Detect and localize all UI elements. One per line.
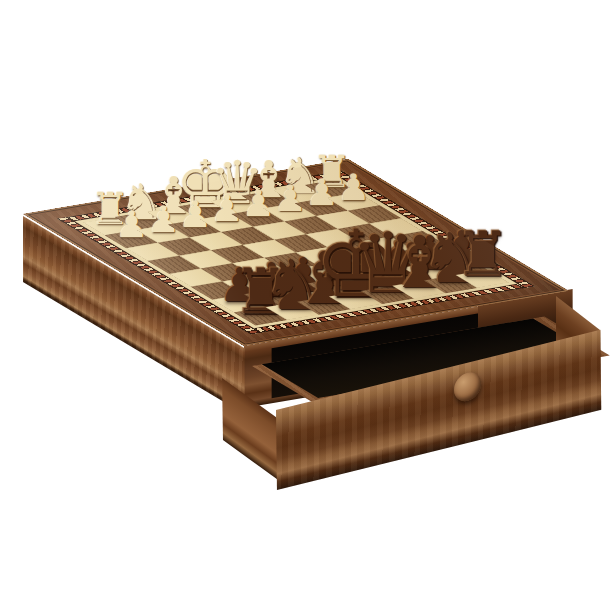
piece-white-pawn[interactable]: ♟ [115, 207, 148, 243]
piece-black-rook[interactable]: ♜ [454, 224, 510, 286]
piece-white-pawn[interactable]: ♟ [305, 175, 338, 211]
piece-white-pawn[interactable]: ♟ [178, 196, 211, 232]
piece-white-pawn[interactable]: ♟ [242, 186, 275, 222]
board-square[interactable]: ♜ [456, 270, 509, 288]
product-photo-stage: ♜♞♝♚♛♝♞♜♟♟♟♟♟♟♟♟♟♟♟♟♟♟♟♟♜♞♝♚♛♝♞♜ [0, 0, 612, 612]
piece-white-pawn[interactable]: ♟ [273, 180, 306, 216]
piece-white-pawn[interactable]: ♟ [147, 202, 180, 238]
piece-white-pawn[interactable]: ♟ [210, 191, 243, 227]
piece-white-pawn[interactable]: ♟ [337, 169, 370, 205]
drawer-knob[interactable] [454, 369, 482, 404]
